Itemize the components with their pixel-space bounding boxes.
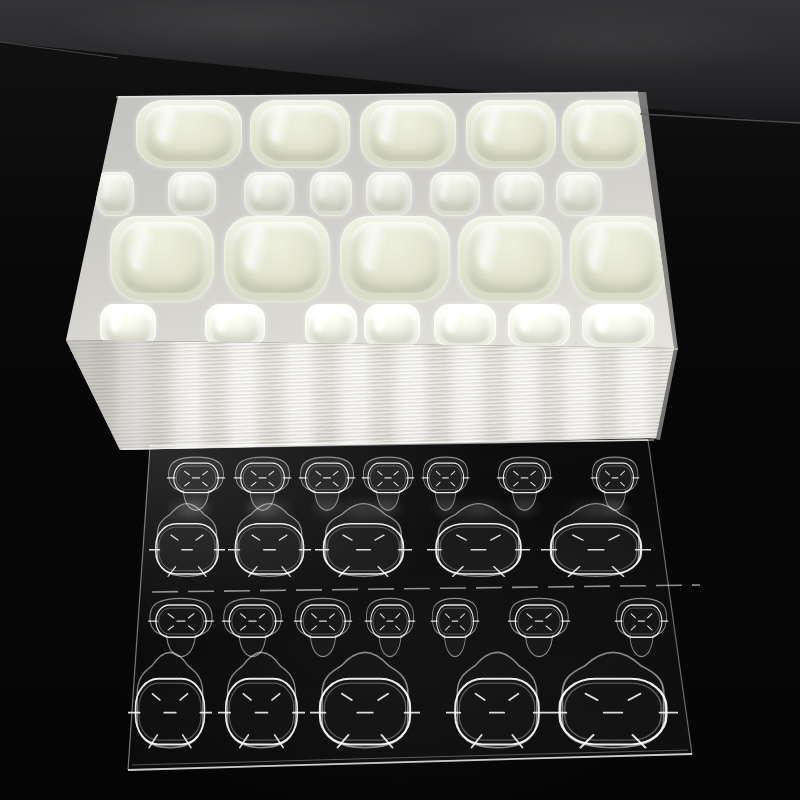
frosted-adhesive-halo <box>320 492 407 526</box>
adhesive-tab-small <box>221 596 284 664</box>
adhesive-tab-small <box>364 596 416 664</box>
large-tab-outline-svg <box>310 645 420 755</box>
adhesive-tab-small <box>614 596 669 664</box>
tray-cup-large <box>340 216 450 302</box>
tray-cup-large <box>110 216 214 302</box>
tray-cup-large <box>250 100 350 168</box>
tray-cup-small <box>508 304 570 348</box>
adhesive-tab-large <box>548 645 678 755</box>
tray-cup-small <box>310 172 352 216</box>
adhesive-tab-small <box>293 596 353 664</box>
tray-cup-small <box>434 304 496 348</box>
tray-cup-large <box>136 100 242 168</box>
tray-cup-large <box>458 216 562 302</box>
small-tab-outline-svg <box>614 596 669 664</box>
frosted-adhesive-halo <box>547 492 646 526</box>
tray-cup-small <box>494 172 544 216</box>
tray-cup-large <box>224 216 330 302</box>
small-tab-outline-svg <box>507 596 571 664</box>
adhesive-tab-small <box>147 596 215 664</box>
tray-cup-large <box>360 100 456 168</box>
stack-front-face <box>60 336 680 454</box>
tray-cup-small <box>582 304 654 348</box>
tray-cup-small <box>430 172 480 216</box>
fabric-fold-highlight <box>420 8 800 78</box>
small-tab-outline-svg <box>221 596 284 664</box>
small-tab-outline-svg <box>147 596 215 664</box>
adhesive-tab-large <box>218 645 305 755</box>
product-photo-stage <box>0 0 800 800</box>
large-tab-outline-svg <box>218 645 305 755</box>
tray-cup-large <box>562 100 646 168</box>
tray-cup-small <box>205 304 265 348</box>
adhesive-tab-large <box>310 645 420 755</box>
left-face-shadow <box>60 336 680 454</box>
large-tab-outline-svg <box>446 645 548 755</box>
small-tab-outline-svg <box>430 596 480 664</box>
small-tab-outline-svg <box>364 596 416 664</box>
large-tab-outline-svg <box>128 645 212 755</box>
small-tab-outline-svg <box>293 596 353 664</box>
tray-cup-large <box>466 100 556 168</box>
adhesive-tab-large <box>128 645 212 755</box>
adhesive-tab-small <box>507 596 571 664</box>
frosted-adhesive-halo <box>432 492 525 526</box>
stack-top-face <box>60 88 680 352</box>
tray-cup-small <box>556 172 602 216</box>
tray-cup-small <box>366 172 412 216</box>
adhesive-tab-small <box>430 596 480 664</box>
frosted-adhesive-halo <box>232 492 307 526</box>
tray-cup-small <box>305 304 357 348</box>
tray-cup-large <box>570 216 666 302</box>
tray-cup-small <box>168 172 216 216</box>
sheet-tabs <box>100 425 720 785</box>
tray-cup-small <box>364 304 420 348</box>
tray-cup-small <box>244 172 294 216</box>
adhesive-tab-large <box>446 645 548 755</box>
adhesive-sheet <box>100 425 720 785</box>
large-tab-outline-svg <box>548 645 678 755</box>
fabric-fold-highlight <box>40 0 460 60</box>
tray-cup-small <box>96 172 134 216</box>
frosted-adhesive-halo <box>153 492 221 526</box>
